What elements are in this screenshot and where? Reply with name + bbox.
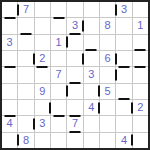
- cell-r8c6[interactable]: [84, 116, 99, 131]
- cell-r6c7: 5: [100, 84, 115, 99]
- given-digit: 7: [72, 118, 78, 129]
- consecutive-bar-horizontal: [53, 17, 64, 19]
- cell-r4c7: 6: [100, 51, 115, 66]
- cell-r2c6[interactable]: [84, 18, 99, 33]
- cell-r6c5[interactable]: [67, 84, 82, 99]
- consecutive-bar-vertical: [115, 4, 117, 15]
- cell-r8c9[interactable]: [133, 116, 148, 131]
- cell-r5c7[interactable]: [100, 67, 115, 82]
- cell-r7c4[interactable]: [51, 100, 66, 115]
- cell-r5c9[interactable]: [133, 67, 148, 82]
- cell-r7c5[interactable]: [67, 100, 82, 115]
- cell-r5c4: 7: [51, 67, 66, 82]
- cell-r5c3[interactable]: [35, 67, 50, 82]
- cell-r7c3[interactable]: [35, 100, 50, 115]
- cell-r1c7[interactable]: [100, 2, 115, 17]
- consecutive-bar-vertical: [131, 135, 133, 146]
- cell-r3c8[interactable]: [116, 35, 131, 50]
- cell-r2c9: 1: [133, 18, 148, 33]
- given-digit: 9: [39, 86, 45, 97]
- given-digit: 3: [39, 118, 45, 129]
- consecutive-bar-horizontal: [118, 98, 129, 100]
- cell-r5c1[interactable]: [2, 67, 17, 82]
- consecutive-bar-vertical: [66, 37, 68, 48]
- cell-r8c8[interactable]: [116, 116, 131, 131]
- consecutive-bar-horizontal: [20, 33, 31, 35]
- cell-r6c2[interactable]: [18, 84, 33, 99]
- consecutive-bar-horizontal: [135, 66, 146, 68]
- cell-r2c2[interactable]: [18, 18, 33, 33]
- cell-r2c4[interactable]: [51, 18, 66, 33]
- cell-r2c1[interactable]: [2, 18, 17, 33]
- consecutive-bar-vertical: [131, 102, 133, 113]
- given-digit: 7: [56, 69, 62, 80]
- given-digit: 5: [105, 86, 111, 97]
- given-digit: 4: [7, 118, 13, 129]
- consecutive-bar-vertical: [115, 53, 117, 64]
- consecutive-bar-vertical: [49, 102, 51, 113]
- cell-r3c5[interactable]: [67, 35, 82, 50]
- consecutive-bar-vertical: [33, 53, 35, 64]
- cell-r7c6: 4: [84, 100, 99, 115]
- consecutive-bar-horizontal: [86, 49, 97, 51]
- given-digit: 1: [137, 20, 143, 31]
- consecutive-bar-vertical: [115, 69, 117, 80]
- cell-r5c5[interactable]: [67, 67, 82, 82]
- cell-r3c9[interactable]: [133, 35, 148, 50]
- consecutive-bar-vertical: [66, 86, 68, 97]
- cell-r3c4: 1: [51, 35, 66, 50]
- consecutive-bar-horizontal: [4, 66, 15, 68]
- consecutive-bar-horizontal: [53, 115, 64, 117]
- cell-r9c6[interactable]: [84, 133, 99, 148]
- consecutive-bar-vertical: [98, 102, 100, 113]
- consecutive-bar-horizontal: [69, 33, 80, 35]
- cell-r1c3[interactable]: [35, 2, 50, 17]
- cell-r8c1: 4: [2, 116, 17, 131]
- cell-r3c1: 3: [2, 35, 17, 50]
- cell-r4c8[interactable]: [116, 51, 131, 66]
- cell-r1c8: 3: [116, 2, 131, 17]
- consecutive-bar-horizontal: [4, 17, 15, 19]
- cell-r5c6: 3: [84, 67, 99, 82]
- cell-r4c3: 2: [35, 51, 50, 66]
- cell-r7c8[interactable]: [116, 100, 131, 115]
- cell-r7c1[interactable]: [2, 100, 17, 115]
- cell-r1c6[interactable]: [84, 2, 99, 17]
- cell-r4c2[interactable]: [18, 51, 33, 66]
- cell-r4c4[interactable]: [51, 51, 66, 66]
- consecutive-bar-horizontal: [69, 82, 80, 84]
- cell-r5c8[interactable]: [116, 67, 131, 82]
- cell-r9c3[interactable]: [35, 133, 50, 148]
- cell-r9c2: 8: [18, 133, 33, 148]
- cell-r5c2[interactable]: [18, 67, 33, 82]
- given-digit: 7: [23, 4, 29, 15]
- cell-r6c8[interactable]: [116, 84, 131, 99]
- cell-r9c9[interactable]: [133, 133, 148, 148]
- consecutive-bar-horizontal: [4, 115, 15, 117]
- cell-r9c7[interactable]: [100, 133, 115, 148]
- consecutive-bar-vertical: [17, 4, 19, 15]
- cell-r2c7: 8: [100, 18, 115, 33]
- given-digit: 4: [121, 135, 127, 146]
- given-digit: 3: [7, 37, 13, 48]
- given-digit: 8: [23, 135, 29, 146]
- cell-r7c9: 2: [133, 100, 148, 115]
- consecutive-bar-horizontal: [135, 49, 146, 51]
- given-digit: 3: [72, 20, 78, 31]
- cell-r2c8[interactable]: [116, 18, 131, 33]
- consecutive-puzzle-board: 73381312673954243784: [0, 0, 150, 150]
- cell-r6c1[interactable]: [2, 84, 17, 99]
- cell-r3c7[interactable]: [100, 35, 115, 50]
- cell-r8c7[interactable]: [100, 116, 115, 131]
- cell-r8c4[interactable]: [51, 116, 66, 131]
- cell-r1c9[interactable]: [133, 2, 148, 17]
- cell-r1c2: 7: [18, 2, 33, 17]
- consecutive-bar-vertical: [17, 135, 19, 146]
- cell-r8c3: 3: [35, 116, 50, 131]
- consecutive-bar-horizontal: [37, 66, 48, 68]
- given-digit: 3: [88, 69, 94, 80]
- cell-r9c4[interactable]: [51, 133, 66, 148]
- cell-r9c1[interactable]: [2, 133, 17, 148]
- cell-r3c2[interactable]: [18, 35, 33, 50]
- cell-r1c1[interactable]: [2, 2, 17, 17]
- cell-r6c9[interactable]: [133, 84, 148, 99]
- consecutive-bar-vertical: [33, 118, 35, 129]
- cell-r4c9[interactable]: [133, 51, 148, 66]
- cell-r2c5: 3: [67, 18, 82, 33]
- given-digit: 3: [121, 4, 127, 15]
- cell-r4c5[interactable]: [67, 51, 82, 66]
- cell-r7c2[interactable]: [18, 100, 33, 115]
- cell-r7c7[interactable]: [100, 100, 115, 115]
- cell-r6c3: 9: [35, 84, 50, 99]
- cell-r4c1[interactable]: [2, 51, 17, 66]
- given-digit: 6: [105, 53, 111, 64]
- consecutive-bar-horizontal: [118, 66, 129, 68]
- consecutive-bar-vertical: [82, 53, 84, 64]
- cell-r6c4[interactable]: [51, 84, 66, 99]
- given-digit: 8: [105, 20, 111, 31]
- cell-r1c5[interactable]: [67, 2, 82, 17]
- consecutive-bar-vertical: [82, 20, 84, 31]
- consecutive-bar-horizontal: [69, 115, 80, 117]
- cell-r6c6[interactable]: [84, 84, 99, 99]
- cell-r8c2[interactable]: [18, 116, 33, 131]
- given-digit: 2: [137, 102, 143, 113]
- cell-r3c6[interactable]: [84, 35, 99, 50]
- cell-r4c6[interactable]: [84, 51, 99, 66]
- cell-r1c4[interactable]: [51, 2, 66, 17]
- given-digit: 2: [39, 53, 45, 64]
- cell-r2c3[interactable]: [35, 18, 50, 33]
- consecutive-bar-horizontal: [69, 131, 80, 133]
- cell-r8c5: 7: [67, 116, 82, 131]
- cell-r3c3[interactable]: [35, 35, 50, 50]
- consecutive-bar-vertical: [98, 86, 100, 97]
- given-digit: 4: [88, 102, 94, 113]
- given-digit: 1: [56, 37, 62, 48]
- cell-r9c8: 4: [116, 133, 131, 148]
- cell-r9c5[interactable]: [67, 133, 82, 148]
